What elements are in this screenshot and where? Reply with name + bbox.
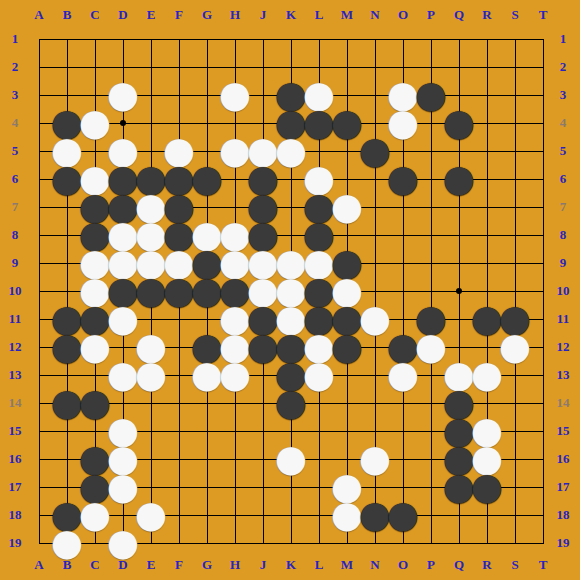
point-Q16[interactable]: ● [445, 445, 473, 473]
point-H19[interactable] [221, 529, 249, 557]
point-A15[interactable] [25, 417, 53, 445]
point-R1[interactable] [473, 25, 501, 53]
point-K19[interactable] [277, 529, 305, 557]
point-O3[interactable]: ● [389, 81, 417, 109]
point-A18[interactable] [25, 501, 53, 529]
point-O2[interactable] [389, 53, 417, 81]
point-F16[interactable] [165, 445, 193, 473]
point-O1[interactable] [389, 25, 417, 53]
point-M18[interactable]: ● [333, 501, 361, 529]
point-O18[interactable]: ● [389, 501, 417, 529]
point-S4[interactable] [501, 109, 529, 137]
point-N12[interactable] [361, 333, 389, 361]
point-O4[interactable]: ● [389, 109, 417, 137]
point-T6[interactable] [529, 165, 557, 193]
point-R11[interactable]: ● [473, 305, 501, 333]
point-E10[interactable]: ● [137, 277, 165, 305]
point-P1[interactable] [417, 25, 445, 53]
point-C16[interactable]: ● [81, 445, 109, 473]
point-N1[interactable] [361, 25, 389, 53]
point-B19[interactable]: ● [53, 529, 81, 557]
point-M16[interactable] [333, 445, 361, 473]
point-R17[interactable]: ● [473, 473, 501, 501]
point-P19[interactable] [417, 529, 445, 557]
point-M17[interactable]: ● [333, 473, 361, 501]
point-D12[interactable] [109, 333, 137, 361]
point-J11[interactable]: ● [249, 305, 277, 333]
point-D19[interactable]: ● [109, 529, 137, 557]
point-F6[interactable]: ● [165, 165, 193, 193]
point-J4[interactable] [249, 109, 277, 137]
point-D11[interactable]: ● [109, 305, 137, 333]
point-L11[interactable]: ● [305, 305, 333, 333]
point-T15[interactable] [529, 417, 557, 445]
point-F8[interactable]: ● [165, 221, 193, 249]
point-B5[interactable]: ● [53, 137, 81, 165]
point-R19[interactable] [473, 529, 501, 557]
point-L15[interactable] [305, 417, 333, 445]
point-J17[interactable] [249, 473, 277, 501]
point-L9[interactable]: ● [305, 249, 333, 277]
point-H4[interactable] [221, 109, 249, 137]
point-M15[interactable] [333, 417, 361, 445]
point-N15[interactable] [361, 417, 389, 445]
point-Q1[interactable] [445, 25, 473, 53]
point-R8[interactable] [473, 221, 501, 249]
point-G17[interactable] [193, 473, 221, 501]
point-M14[interactable] [333, 389, 361, 417]
point-N19[interactable] [361, 529, 389, 557]
point-O16[interactable] [389, 445, 417, 473]
point-F4[interactable] [165, 109, 193, 137]
point-R3[interactable] [473, 81, 501, 109]
point-A19[interactable] [25, 529, 53, 557]
point-S18[interactable] [501, 501, 529, 529]
point-M13[interactable] [333, 361, 361, 389]
point-B2[interactable] [53, 53, 81, 81]
point-C2[interactable] [81, 53, 109, 81]
point-D10[interactable]: ● [109, 277, 137, 305]
point-J7[interactable]: ● [249, 193, 277, 221]
point-O10[interactable] [389, 277, 417, 305]
point-K11[interactable]: ● [277, 305, 305, 333]
point-O7[interactable] [389, 193, 417, 221]
point-M4[interactable]: ● [333, 109, 361, 137]
point-G9[interactable]: ● [193, 249, 221, 277]
point-N18[interactable]: ● [361, 501, 389, 529]
point-R10[interactable] [473, 277, 501, 305]
point-E11[interactable] [137, 305, 165, 333]
point-M19[interactable] [333, 529, 361, 557]
point-P11[interactable]: ● [417, 305, 445, 333]
point-S6[interactable] [501, 165, 529, 193]
point-G11[interactable] [193, 305, 221, 333]
point-T17[interactable] [529, 473, 557, 501]
point-S3[interactable] [501, 81, 529, 109]
point-S2[interactable] [501, 53, 529, 81]
point-L6[interactable]: ● [305, 165, 333, 193]
point-K4[interactable]: ● [277, 109, 305, 137]
point-R18[interactable] [473, 501, 501, 529]
point-G7[interactable] [193, 193, 221, 221]
point-H8[interactable]: ● [221, 221, 249, 249]
point-O11[interactable] [389, 305, 417, 333]
point-M6[interactable] [333, 165, 361, 193]
point-K8[interactable] [277, 221, 305, 249]
point-J19[interactable] [249, 529, 277, 557]
point-E8[interactable]: ● [137, 221, 165, 249]
point-J16[interactable] [249, 445, 277, 473]
point-J9[interactable]: ● [249, 249, 277, 277]
point-Q8[interactable] [445, 221, 473, 249]
point-C14[interactable]: ● [81, 389, 109, 417]
point-P13[interactable] [417, 361, 445, 389]
point-P3[interactable]: ● [417, 81, 445, 109]
point-E18[interactable]: ● [137, 501, 165, 529]
point-G16[interactable] [193, 445, 221, 473]
point-P8[interactable] [417, 221, 445, 249]
point-K14[interactable]: ● [277, 389, 305, 417]
point-F7[interactable]: ● [165, 193, 193, 221]
point-O17[interactable] [389, 473, 417, 501]
point-R4[interactable] [473, 109, 501, 137]
point-F15[interactable] [165, 417, 193, 445]
point-N14[interactable] [361, 389, 389, 417]
point-A1[interactable] [25, 25, 53, 53]
point-O9[interactable] [389, 249, 417, 277]
point-H16[interactable] [221, 445, 249, 473]
point-O12[interactable]: ● [389, 333, 417, 361]
point-P4[interactable] [417, 109, 445, 137]
point-D7[interactable]: ● [109, 193, 137, 221]
point-R13[interactable]: ● [473, 361, 501, 389]
point-M11[interactable]: ● [333, 305, 361, 333]
point-E7[interactable]: ● [137, 193, 165, 221]
point-G1[interactable] [193, 25, 221, 53]
point-M8[interactable] [333, 221, 361, 249]
point-B18[interactable]: ● [53, 501, 81, 529]
point-T14[interactable] [529, 389, 557, 417]
point-R5[interactable] [473, 137, 501, 165]
point-Q10[interactable] [445, 277, 473, 305]
point-N7[interactable] [361, 193, 389, 221]
point-H13[interactable]: ● [221, 361, 249, 389]
point-A12[interactable] [25, 333, 53, 361]
point-N3[interactable] [361, 81, 389, 109]
point-B16[interactable] [53, 445, 81, 473]
point-E17[interactable] [137, 473, 165, 501]
point-B6[interactable]: ● [53, 165, 81, 193]
point-P16[interactable] [417, 445, 445, 473]
point-K1[interactable] [277, 25, 305, 53]
point-S16[interactable] [501, 445, 529, 473]
point-P15[interactable] [417, 417, 445, 445]
point-D14[interactable] [109, 389, 137, 417]
point-D1[interactable] [109, 25, 137, 53]
point-Q14[interactable]: ● [445, 389, 473, 417]
point-S15[interactable] [501, 417, 529, 445]
point-D9[interactable]: ● [109, 249, 137, 277]
point-C5[interactable] [81, 137, 109, 165]
point-C10[interactable]: ● [81, 277, 109, 305]
point-D6[interactable]: ● [109, 165, 137, 193]
point-S17[interactable] [501, 473, 529, 501]
point-F5[interactable]: ● [165, 137, 193, 165]
point-M3[interactable] [333, 81, 361, 109]
point-G4[interactable] [193, 109, 221, 137]
point-D8[interactable]: ● [109, 221, 137, 249]
point-S10[interactable] [501, 277, 529, 305]
point-K6[interactable] [277, 165, 305, 193]
point-T3[interactable] [529, 81, 557, 109]
point-P17[interactable] [417, 473, 445, 501]
point-T9[interactable] [529, 249, 557, 277]
point-L4[interactable]: ● [305, 109, 333, 137]
point-Q9[interactable] [445, 249, 473, 277]
point-M2[interactable] [333, 53, 361, 81]
point-K5[interactable]: ● [277, 137, 305, 165]
point-C1[interactable] [81, 25, 109, 53]
point-G15[interactable] [193, 417, 221, 445]
point-O19[interactable] [389, 529, 417, 557]
point-A14[interactable] [25, 389, 53, 417]
point-F13[interactable] [165, 361, 193, 389]
point-H9[interactable]: ● [221, 249, 249, 277]
point-G6[interactable]: ● [193, 165, 221, 193]
point-C9[interactable]: ● [81, 249, 109, 277]
point-T5[interactable] [529, 137, 557, 165]
point-P5[interactable] [417, 137, 445, 165]
point-B1[interactable] [53, 25, 81, 53]
point-Q6[interactable]: ● [445, 165, 473, 193]
point-D16[interactable]: ● [109, 445, 137, 473]
point-P2[interactable] [417, 53, 445, 81]
point-Q7[interactable] [445, 193, 473, 221]
point-E9[interactable]: ● [137, 249, 165, 277]
point-H6[interactable] [221, 165, 249, 193]
point-K17[interactable] [277, 473, 305, 501]
point-K3[interactable]: ● [277, 81, 305, 109]
point-L3[interactable]: ● [305, 81, 333, 109]
point-B7[interactable] [53, 193, 81, 221]
point-P14[interactable] [417, 389, 445, 417]
point-G19[interactable] [193, 529, 221, 557]
point-C7[interactable]: ● [81, 193, 109, 221]
point-Q11[interactable] [445, 305, 473, 333]
point-Q3[interactable] [445, 81, 473, 109]
point-G13[interactable]: ● [193, 361, 221, 389]
point-F19[interactable] [165, 529, 193, 557]
point-F14[interactable] [165, 389, 193, 417]
point-J5[interactable]: ● [249, 137, 277, 165]
point-H1[interactable] [221, 25, 249, 53]
point-J8[interactable]: ● [249, 221, 277, 249]
point-E19[interactable] [137, 529, 165, 557]
point-G10[interactable]: ● [193, 277, 221, 305]
point-N9[interactable] [361, 249, 389, 277]
point-L19[interactable] [305, 529, 333, 557]
point-O5[interactable] [389, 137, 417, 165]
point-M9[interactable]: ● [333, 249, 361, 277]
point-G3[interactable] [193, 81, 221, 109]
point-F11[interactable] [165, 305, 193, 333]
point-B11[interactable]: ● [53, 305, 81, 333]
point-H3[interactable]: ● [221, 81, 249, 109]
point-E1[interactable] [137, 25, 165, 53]
point-J6[interactable]: ● [249, 165, 277, 193]
point-F17[interactable] [165, 473, 193, 501]
point-L10[interactable]: ● [305, 277, 333, 305]
point-C12[interactable]: ● [81, 333, 109, 361]
point-G8[interactable]: ● [193, 221, 221, 249]
point-D15[interactable]: ● [109, 417, 137, 445]
point-L1[interactable] [305, 25, 333, 53]
point-P6[interactable] [417, 165, 445, 193]
point-O14[interactable] [389, 389, 417, 417]
point-F2[interactable] [165, 53, 193, 81]
point-T11[interactable] [529, 305, 557, 333]
point-H18[interactable] [221, 501, 249, 529]
point-P10[interactable] [417, 277, 445, 305]
point-O6[interactable]: ● [389, 165, 417, 193]
point-T8[interactable] [529, 221, 557, 249]
point-R14[interactable] [473, 389, 501, 417]
point-S9[interactable] [501, 249, 529, 277]
point-S13[interactable] [501, 361, 529, 389]
point-B17[interactable] [53, 473, 81, 501]
point-T7[interactable] [529, 193, 557, 221]
point-K16[interactable]: ● [277, 445, 305, 473]
point-G12[interactable]: ● [193, 333, 221, 361]
point-M10[interactable]: ● [333, 277, 361, 305]
point-Q2[interactable] [445, 53, 473, 81]
point-A5[interactable] [25, 137, 53, 165]
point-C3[interactable] [81, 81, 109, 109]
point-N13[interactable] [361, 361, 389, 389]
point-A8[interactable] [25, 221, 53, 249]
point-C18[interactable]: ● [81, 501, 109, 529]
point-E5[interactable] [137, 137, 165, 165]
point-C19[interactable] [81, 529, 109, 557]
point-C13[interactable] [81, 361, 109, 389]
point-J2[interactable] [249, 53, 277, 81]
point-F9[interactable]: ● [165, 249, 193, 277]
point-H15[interactable] [221, 417, 249, 445]
point-A7[interactable] [25, 193, 53, 221]
point-G14[interactable] [193, 389, 221, 417]
point-D18[interactable] [109, 501, 137, 529]
point-P7[interactable] [417, 193, 445, 221]
point-B3[interactable] [53, 81, 81, 109]
point-B4[interactable]: ● [53, 109, 81, 137]
point-J12[interactable]: ● [249, 333, 277, 361]
point-F18[interactable] [165, 501, 193, 529]
point-O15[interactable] [389, 417, 417, 445]
point-F10[interactable]: ● [165, 277, 193, 305]
point-S12[interactable]: ● [501, 333, 529, 361]
point-R7[interactable] [473, 193, 501, 221]
point-F1[interactable] [165, 25, 193, 53]
point-B15[interactable] [53, 417, 81, 445]
point-T1[interactable] [529, 25, 557, 53]
point-E14[interactable] [137, 389, 165, 417]
point-H12[interactable]: ● [221, 333, 249, 361]
point-Q18[interactable] [445, 501, 473, 529]
point-M5[interactable] [333, 137, 361, 165]
point-E12[interactable]: ● [137, 333, 165, 361]
point-M12[interactable]: ● [333, 333, 361, 361]
point-N4[interactable] [361, 109, 389, 137]
point-L12[interactable]: ● [305, 333, 333, 361]
point-O8[interactable] [389, 221, 417, 249]
point-T18[interactable] [529, 501, 557, 529]
point-O13[interactable]: ● [389, 361, 417, 389]
point-L16[interactable] [305, 445, 333, 473]
point-L5[interactable] [305, 137, 333, 165]
point-M7[interactable]: ● [333, 193, 361, 221]
point-S1[interactable] [501, 25, 529, 53]
point-J13[interactable] [249, 361, 277, 389]
point-Q4[interactable]: ● [445, 109, 473, 137]
point-Q17[interactable]: ● [445, 473, 473, 501]
point-C17[interactable]: ● [81, 473, 109, 501]
point-J14[interactable] [249, 389, 277, 417]
point-A4[interactable] [25, 109, 53, 137]
point-S5[interactable] [501, 137, 529, 165]
point-E2[interactable] [137, 53, 165, 81]
point-D4[interactable] [109, 109, 137, 137]
point-K7[interactable] [277, 193, 305, 221]
point-G18[interactable] [193, 501, 221, 529]
point-A10[interactable] [25, 277, 53, 305]
point-H7[interactable] [221, 193, 249, 221]
point-N16[interactable]: ● [361, 445, 389, 473]
point-L7[interactable]: ● [305, 193, 333, 221]
point-A11[interactable] [25, 305, 53, 333]
point-C15[interactable] [81, 417, 109, 445]
point-D5[interactable]: ● [109, 137, 137, 165]
point-E15[interactable] [137, 417, 165, 445]
point-A13[interactable] [25, 361, 53, 389]
point-J18[interactable] [249, 501, 277, 529]
point-R6[interactable] [473, 165, 501, 193]
point-L13[interactable]: ● [305, 361, 333, 389]
point-B8[interactable] [53, 221, 81, 249]
point-L14[interactable] [305, 389, 333, 417]
point-P9[interactable] [417, 249, 445, 277]
point-N17[interactable] [361, 473, 389, 501]
point-C11[interactable]: ● [81, 305, 109, 333]
point-G5[interactable] [193, 137, 221, 165]
point-B12[interactable]: ● [53, 333, 81, 361]
point-N8[interactable] [361, 221, 389, 249]
point-F3[interactable] [165, 81, 193, 109]
point-E16[interactable] [137, 445, 165, 473]
point-R9[interactable] [473, 249, 501, 277]
point-S19[interactable] [501, 529, 529, 557]
point-D17[interactable]: ● [109, 473, 137, 501]
point-S7[interactable] [501, 193, 529, 221]
point-K18[interactable] [277, 501, 305, 529]
point-R12[interactable] [473, 333, 501, 361]
point-R15[interactable]: ● [473, 417, 501, 445]
point-S11[interactable]: ● [501, 305, 529, 333]
point-N2[interactable] [361, 53, 389, 81]
point-C6[interactable]: ● [81, 165, 109, 193]
point-T4[interactable] [529, 109, 557, 137]
point-H17[interactable] [221, 473, 249, 501]
point-C4[interactable]: ● [81, 109, 109, 137]
